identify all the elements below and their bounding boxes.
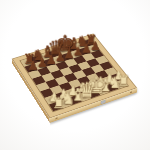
square-d5 (60, 67, 73, 76)
square-f4 (82, 67, 95, 76)
clasp-latch (100, 100, 105, 105)
square-f5 (78, 61, 91, 70)
screw-icon (55, 117, 57, 119)
square-h4 (100, 61, 113, 70)
square-e4 (73, 70, 86, 79)
piece-shadow (88, 90, 99, 97)
product-photo: ♜♞♝♛♚♝♞♜♟♟♟♟♟♟♟♟♟♟♟♟♟♟♟♟♜♞♝♛♚♝♞♜ (0, 0, 150, 150)
piece-shadow (88, 46, 98, 52)
chessboard: ♜♞♝♛♚♝♞♜♟♟♟♟♟♟♟♟♟♟♟♟♟♟♟♟♜♞♝♛♚♝♞♜ (12, 33, 138, 118)
piece-shadow (51, 103, 62, 110)
screw-icon (130, 91, 132, 93)
piece-shadow (116, 81, 127, 88)
square-c5 (51, 70, 64, 79)
